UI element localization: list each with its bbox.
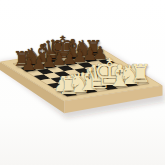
chess-set-product-photo: ♜♞♝♛♚♝♞♜♟♟♟♟♟♟♟♟♟♟♟♟♟♟♟♟♜♞♝♛♚♝♞♜ xyxy=(0,0,165,165)
